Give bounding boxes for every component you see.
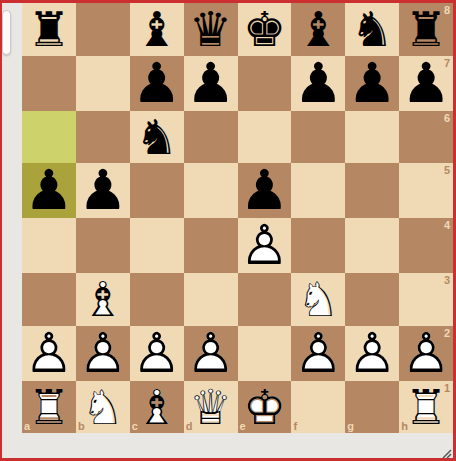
square-f4[interactable] (291, 218, 345, 273)
square-b3[interactable]: ♝♗ (76, 273, 130, 326)
square-b5[interactable]: ♟ (76, 163, 130, 218)
square-d8[interactable]: ♛ (184, 3, 238, 56)
white-pawn[interactable]: ♟♙ (24, 326, 73, 381)
square-c7[interactable]: ♟ (130, 56, 184, 111)
square-g3[interactable] (345, 273, 399, 326)
rank-label-6: 6 (444, 112, 450, 124)
black-pawn[interactable]: ♟ (294, 56, 343, 111)
board-resize-icon[interactable] (440, 445, 452, 457)
white-pawn[interactable]: ♟♙ (78, 326, 127, 381)
black-pawn[interactable]: ♟ (348, 56, 397, 111)
white-pawn[interactable]: ♟♙ (186, 326, 235, 381)
white-rook[interactable]: ♜♖ (405, 383, 448, 431)
square-c8[interactable]: ♝ (130, 3, 184, 56)
white-bishop[interactable]: ♝♗ (81, 275, 124, 323)
square-g7[interactable]: ♟ (345, 56, 399, 111)
square-a7[interactable] (22, 56, 76, 111)
black-knight[interactable]: ♞ (135, 113, 178, 161)
white-queen[interactable]: ♛♕ (189, 383, 232, 431)
white-knight[interactable]: ♞♘ (81, 383, 124, 431)
black-rook[interactable]: ♜ (405, 5, 448, 53)
square-e7[interactable] (238, 56, 292, 111)
square-d4[interactable] (184, 218, 238, 273)
square-e6[interactable] (238, 111, 292, 164)
square-b7[interactable] (76, 56, 130, 111)
square-f7[interactable]: ♟ (291, 56, 345, 111)
file-label-g: g (347, 420, 354, 433)
white-pawn[interactable]: ♟♙ (240, 218, 289, 273)
square-f6[interactable] (291, 111, 345, 164)
square-a8[interactable]: ♜ (22, 3, 76, 56)
square-e1[interactable]: e♚♔ (238, 381, 292, 434)
square-b8[interactable] (76, 3, 130, 56)
white-king[interactable]: ♚♔ (243, 383, 286, 431)
square-h4[interactable]: 4 (399, 218, 453, 273)
square-h1[interactable]: 1h♜♖ (399, 381, 453, 434)
square-e4[interactable]: ♟♙ (238, 218, 292, 273)
square-f8[interactable]: ♝ (291, 3, 345, 56)
square-f1[interactable]: f (291, 381, 345, 434)
black-pawn[interactable]: ♟ (401, 56, 450, 111)
chess-board-panel: ♜♝♛♚♝♞8♜♟♟♟♟7♟♞6♟♟♟5♟♙4♝♗♞♘3♟♙♟♙♟♙♟♙♟♙♟♙… (0, 0, 456, 461)
square-h8[interactable]: 8♜ (399, 3, 453, 56)
black-pawn[interactable]: ♟ (24, 163, 73, 218)
rank-label-5: 5 (444, 164, 450, 176)
black-queen[interactable]: ♛ (189, 5, 232, 53)
square-f3[interactable]: ♞♘ (291, 273, 345, 326)
square-a6[interactable] (22, 111, 76, 164)
square-a5[interactable]: ♟ (22, 163, 76, 218)
square-d6[interactable] (184, 111, 238, 164)
white-pawn[interactable]: ♟♙ (132, 326, 181, 381)
square-g6[interactable] (345, 111, 399, 164)
square-b4[interactable] (76, 218, 130, 273)
square-b6[interactable] (76, 111, 130, 164)
square-b2[interactable]: ♟♙ (76, 326, 130, 381)
black-bishop[interactable]: ♝ (297, 5, 340, 53)
black-pawn[interactable]: ♟ (186, 56, 235, 111)
white-bishop[interactable]: ♝♗ (135, 383, 178, 431)
white-pawn[interactable]: ♟♙ (294, 326, 343, 381)
square-b1[interactable]: b♞♘ (76, 381, 130, 434)
square-c1[interactable]: c♝♗ (130, 381, 184, 434)
square-c2[interactable]: ♟♙ (130, 326, 184, 381)
square-d5[interactable] (184, 163, 238, 218)
square-e5[interactable]: ♟ (238, 163, 292, 218)
scrollbar-thumb[interactable] (2, 10, 11, 55)
square-e2[interactable] (238, 326, 292, 381)
file-label-f: f (293, 420, 297, 433)
square-c6[interactable]: ♞ (130, 111, 184, 164)
square-h5[interactable]: 5 (399, 163, 453, 218)
black-pawn[interactable]: ♟ (132, 56, 181, 111)
square-d2[interactable]: ♟♙ (184, 326, 238, 381)
white-rook[interactable]: ♜♖ (27, 383, 70, 431)
square-d3[interactable] (184, 273, 238, 326)
square-c5[interactable] (130, 163, 184, 218)
rank-label-3: 3 (444, 274, 450, 286)
square-e3[interactable] (238, 273, 292, 326)
square-g1[interactable]: g (345, 381, 399, 434)
square-h7[interactable]: 7♟ (399, 56, 453, 111)
square-a1[interactable]: a♜♖ (22, 381, 76, 434)
square-g4[interactable] (345, 218, 399, 273)
square-f5[interactable] (291, 163, 345, 218)
black-king[interactable]: ♚ (243, 5, 286, 53)
square-a2[interactable]: ♟♙ (22, 326, 76, 381)
white-pawn[interactable]: ♟♙ (348, 326, 397, 381)
square-a4[interactable] (22, 218, 76, 273)
square-c4[interactable] (130, 218, 184, 273)
black-bishop[interactable]: ♝ (135, 5, 178, 53)
square-f2[interactable]: ♟♙ (291, 326, 345, 381)
square-d1[interactable]: d♛♕ (184, 381, 238, 434)
white-pawn[interactable]: ♟♙ (401, 326, 450, 381)
square-a3[interactable] (22, 273, 76, 326)
square-e8[interactable]: ♚ (238, 3, 292, 56)
square-g2[interactable]: ♟♙ (345, 326, 399, 381)
square-h6[interactable]: 6 (399, 111, 453, 164)
black-rook[interactable]: ♜ (27, 5, 70, 53)
black-pawn[interactable]: ♟ (240, 163, 289, 218)
square-g8[interactable]: ♞ (345, 3, 399, 56)
black-knight[interactable]: ♞ (351, 5, 394, 53)
square-d7[interactable]: ♟ (184, 56, 238, 111)
square-h2[interactable]: 2♟♙ (399, 326, 453, 381)
square-g5[interactable] (345, 163, 399, 218)
black-pawn[interactable]: ♟ (78, 163, 127, 218)
square-c3[interactable] (130, 273, 184, 326)
rank-label-4: 4 (444, 219, 450, 231)
square-h3[interactable]: 3 (399, 273, 453, 326)
white-knight[interactable]: ♞♘ (297, 275, 340, 323)
chess-board: ♜♝♛♚♝♞8♜♟♟♟♟7♟♞6♟♟♟5♟♙4♝♗♞♘3♟♙♟♙♟♙♟♙♟♙♟♙… (22, 3, 453, 433)
